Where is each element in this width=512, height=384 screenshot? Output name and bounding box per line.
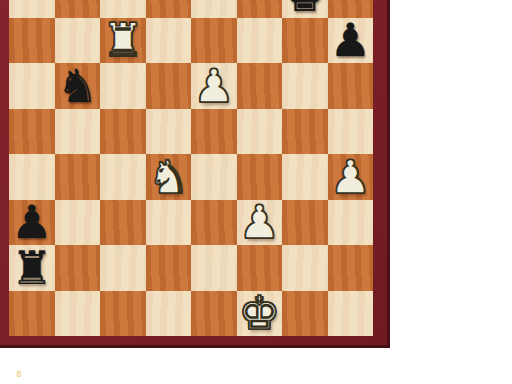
square-c4[interactable]	[100, 154, 146, 200]
white-pawn-h4[interactable]: ♟	[328, 154, 374, 200]
square-d6[interactable]	[146, 63, 192, 109]
square-e6[interactable]: ♟	[191, 63, 237, 109]
square-b2[interactable]	[55, 245, 101, 291]
chess-board[interactable]: ♚♜♟♞♟♞♟♟♟♜♚	[9, 0, 373, 336]
square-f2[interactable]	[237, 245, 283, 291]
square-a7[interactable]	[9, 18, 55, 64]
square-h3[interactable]	[328, 200, 374, 246]
square-e4[interactable]	[191, 154, 237, 200]
square-f1[interactable]: ♚	[237, 291, 283, 337]
square-e1[interactable]	[191, 291, 237, 337]
square-g6[interactable]	[282, 63, 328, 109]
square-e3[interactable]	[191, 200, 237, 246]
square-a1[interactable]	[9, 291, 55, 337]
square-a2[interactable]: ♜	[9, 245, 55, 291]
black-king-g8[interactable]: ♚	[282, 0, 328, 18]
square-a3[interactable]: ♟	[9, 200, 55, 246]
square-b8[interactable]	[55, 0, 101, 18]
square-g7[interactable]	[282, 18, 328, 64]
square-d4[interactable]: ♞	[146, 154, 192, 200]
square-g5[interactable]	[282, 109, 328, 155]
square-f5[interactable]	[237, 109, 283, 155]
square-g8[interactable]: ♚	[282, 0, 328, 18]
square-c6[interactable]	[100, 63, 146, 109]
square-f8[interactable]	[237, 0, 283, 18]
square-b3[interactable]	[55, 200, 101, 246]
rank-label-8: 8	[14, 351, 24, 384]
square-c1[interactable]	[100, 291, 146, 337]
square-c3[interactable]	[100, 200, 146, 246]
square-d1[interactable]	[146, 291, 192, 337]
chess-diagram-screenshot: ♚♜♟♞♟♞♟♟♟♜♚ 87654321 ABCDEFGH	[0, 0, 512, 384]
square-b6[interactable]: ♞	[55, 63, 101, 109]
square-a6[interactable]	[9, 63, 55, 109]
square-f4[interactable]	[237, 154, 283, 200]
square-b1[interactable]	[55, 291, 101, 337]
square-e8[interactable]	[191, 0, 237, 18]
square-d7[interactable]	[146, 18, 192, 64]
white-knight-d4[interactable]: ♞	[146, 154, 192, 200]
square-a5[interactable]	[9, 109, 55, 155]
square-d2[interactable]	[146, 245, 192, 291]
square-a4[interactable]	[9, 154, 55, 200]
square-h1[interactable]	[328, 291, 374, 337]
square-b7[interactable]	[55, 18, 101, 64]
square-d3[interactable]	[146, 200, 192, 246]
square-h4[interactable]: ♟	[328, 154, 374, 200]
square-g1[interactable]	[282, 291, 328, 337]
square-e2[interactable]	[191, 245, 237, 291]
square-h7[interactable]: ♟	[328, 18, 374, 64]
square-g3[interactable]	[282, 200, 328, 246]
square-c5[interactable]	[100, 109, 146, 155]
square-c2[interactable]	[100, 245, 146, 291]
board-frame: ♚♜♟♞♟♞♟♟♟♜♚ 87654321 ABCDEFGH	[0, 0, 390, 348]
square-b4[interactable]	[55, 154, 101, 200]
square-e5[interactable]	[191, 109, 237, 155]
square-a8[interactable]	[9, 0, 55, 18]
square-f3[interactable]: ♟	[237, 200, 283, 246]
white-pawn-e6[interactable]: ♟	[191, 63, 237, 109]
square-h2[interactable]	[328, 245, 374, 291]
square-d8[interactable]	[146, 0, 192, 18]
black-pawn-a3[interactable]: ♟	[9, 200, 55, 246]
black-pawn-h7[interactable]: ♟	[328, 18, 374, 64]
square-d5[interactable]	[146, 109, 192, 155]
square-f6[interactable]	[237, 63, 283, 109]
black-knight-b6[interactable]: ♞	[55, 63, 101, 109]
white-pawn-f3[interactable]: ♟	[237, 200, 283, 246]
black-rook-a2[interactable]: ♜	[9, 245, 55, 291]
square-c7[interactable]: ♜	[100, 18, 146, 64]
square-b5[interactable]	[55, 109, 101, 155]
square-g2[interactable]	[282, 245, 328, 291]
square-g4[interactable]	[282, 154, 328, 200]
white-rook-c7[interactable]: ♜	[100, 18, 146, 64]
square-h5[interactable]	[328, 109, 374, 155]
white-king-f1[interactable]: ♚	[237, 291, 283, 337]
square-e7[interactable]	[191, 18, 237, 64]
square-f7[interactable]	[237, 18, 283, 64]
square-h6[interactable]	[328, 63, 374, 109]
